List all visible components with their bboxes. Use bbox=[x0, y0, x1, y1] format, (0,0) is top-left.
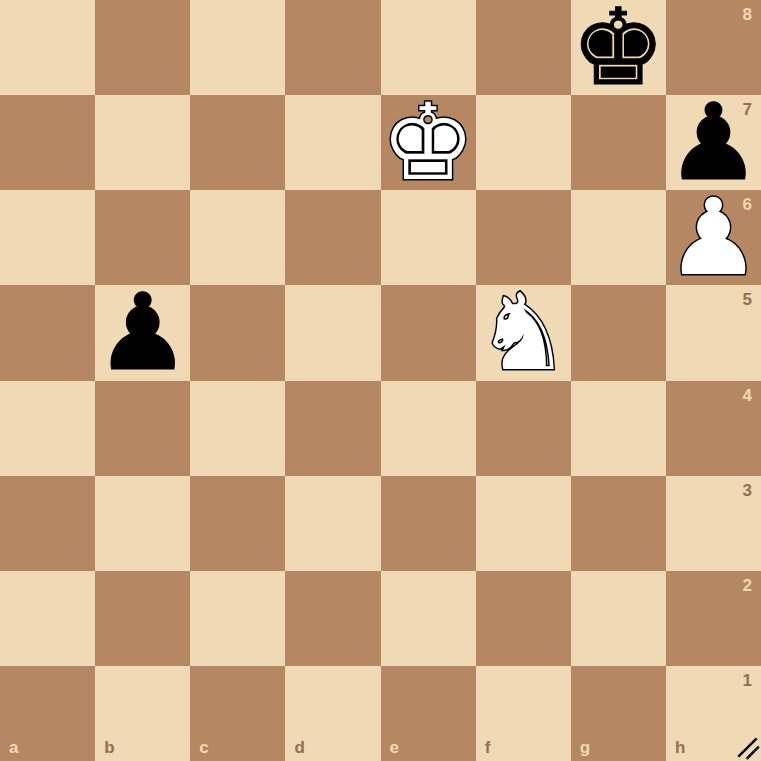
file-label-c: c bbox=[199, 739, 208, 756]
square-c6[interactable] bbox=[190, 190, 285, 285]
square-a3[interactable] bbox=[0, 476, 95, 571]
black-pawn[interactable]: ♟ bbox=[95, 285, 190, 380]
square-h3[interactable]: 3 bbox=[666, 476, 761, 571]
file-label-g: g bbox=[580, 739, 590, 756]
square-c1[interactable]: c bbox=[190, 666, 285, 761]
square-f7[interactable] bbox=[476, 95, 571, 190]
resize-handle-icon[interactable] bbox=[735, 735, 760, 760]
square-b8[interactable] bbox=[95, 0, 190, 95]
square-c8[interactable] bbox=[190, 0, 285, 95]
white-king[interactable]: ♚ bbox=[381, 95, 476, 190]
square-a2[interactable] bbox=[0, 571, 95, 666]
square-g8[interactable]: ♚ bbox=[571, 0, 666, 95]
square-f2[interactable] bbox=[476, 571, 571, 666]
square-e6[interactable] bbox=[381, 190, 476, 285]
square-d2[interactable] bbox=[285, 571, 380, 666]
square-f4[interactable] bbox=[476, 381, 571, 476]
square-a4[interactable] bbox=[0, 381, 95, 476]
square-e4[interactable] bbox=[381, 381, 476, 476]
file-label-e: e bbox=[390, 739, 399, 756]
square-b7[interactable] bbox=[95, 95, 190, 190]
square-h4[interactable]: 4 bbox=[666, 381, 761, 476]
chess-board: ♚8♚7♟6♟♟♞5432abcdefg1h bbox=[0, 0, 761, 761]
square-c5[interactable] bbox=[190, 285, 285, 380]
square-g1[interactable]: g bbox=[571, 666, 666, 761]
file-label-d: d bbox=[294, 739, 304, 756]
square-a5[interactable] bbox=[0, 285, 95, 380]
square-e2[interactable] bbox=[381, 571, 476, 666]
square-d7[interactable] bbox=[285, 95, 380, 190]
square-b5[interactable]: ♟ bbox=[95, 285, 190, 380]
square-e1[interactable]: e bbox=[381, 666, 476, 761]
square-d8[interactable] bbox=[285, 0, 380, 95]
square-g3[interactable] bbox=[571, 476, 666, 571]
black-king[interactable]: ♚ bbox=[571, 0, 666, 95]
square-a1[interactable]: a bbox=[0, 666, 95, 761]
square-h6[interactable]: 6♟ bbox=[666, 190, 761, 285]
square-d3[interactable] bbox=[285, 476, 380, 571]
square-f5[interactable]: ♞ bbox=[476, 285, 571, 380]
square-e5[interactable] bbox=[381, 285, 476, 380]
square-c2[interactable] bbox=[190, 571, 285, 666]
square-a6[interactable] bbox=[0, 190, 95, 285]
file-label-b: b bbox=[104, 739, 114, 756]
square-g7[interactable] bbox=[571, 95, 666, 190]
square-c7[interactable] bbox=[190, 95, 285, 190]
square-b4[interactable] bbox=[95, 381, 190, 476]
square-b1[interactable]: b bbox=[95, 666, 190, 761]
square-a8[interactable] bbox=[0, 0, 95, 95]
square-e3[interactable] bbox=[381, 476, 476, 571]
square-h2[interactable]: 2 bbox=[666, 571, 761, 666]
square-b2[interactable] bbox=[95, 571, 190, 666]
file-label-a: a bbox=[9, 739, 18, 756]
square-d5[interactable] bbox=[285, 285, 380, 380]
rank-label-2: 2 bbox=[743, 577, 752, 594]
rank-label-1: 1 bbox=[743, 672, 752, 689]
rank-label-8: 8 bbox=[743, 6, 752, 23]
square-a7[interactable] bbox=[0, 95, 95, 190]
square-g6[interactable] bbox=[571, 190, 666, 285]
rank-label-3: 3 bbox=[743, 482, 752, 499]
square-g2[interactable] bbox=[571, 571, 666, 666]
square-d1[interactable]: d bbox=[285, 666, 380, 761]
file-label-f: f bbox=[485, 739, 491, 756]
file-label-h: h bbox=[675, 739, 685, 756]
square-f8[interactable] bbox=[476, 0, 571, 95]
square-c3[interactable] bbox=[190, 476, 285, 571]
square-b3[interactable] bbox=[95, 476, 190, 571]
square-c4[interactable] bbox=[190, 381, 285, 476]
white-knight[interactable]: ♞ bbox=[476, 285, 571, 380]
white-pawn[interactable]: ♟ bbox=[666, 190, 761, 285]
square-d4[interactable] bbox=[285, 381, 380, 476]
square-g5[interactable] bbox=[571, 285, 666, 380]
square-d6[interactable] bbox=[285, 190, 380, 285]
square-f1[interactable]: f bbox=[476, 666, 571, 761]
square-e7[interactable]: ♚ bbox=[381, 95, 476, 190]
square-g4[interactable] bbox=[571, 381, 666, 476]
rank-label-4: 4 bbox=[743, 387, 752, 404]
square-h5[interactable]: 5 bbox=[666, 285, 761, 380]
square-f3[interactable] bbox=[476, 476, 571, 571]
